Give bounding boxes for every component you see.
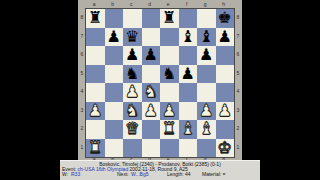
square-e7 [160, 28, 179, 47]
square-a6 [86, 46, 105, 65]
square-h8: ♚ [216, 9, 235, 28]
square-f2: ♝ [179, 120, 198, 139]
piece-black-pawn: ♟ [125, 46, 139, 65]
square-c4: ♟ [123, 83, 142, 102]
square-b8 [105, 9, 124, 28]
square-f1 [179, 139, 198, 158]
square-h2 [216, 120, 235, 139]
square-e6 [160, 46, 179, 65]
piece-white-rook: ♜ [162, 120, 176, 139]
square-a2 [86, 120, 105, 139]
piece-black-rook: ♜ [162, 9, 176, 28]
square-b3 [105, 102, 124, 121]
piece-black-king: ♚ [218, 9, 232, 28]
square-a5 [86, 65, 105, 84]
piece-white-pawn: ♟ [125, 83, 139, 102]
file-label-e: e [159, 1, 178, 7]
square-a1: ♜ [86, 139, 105, 158]
file-label-f: f [178, 1, 197, 7]
stats-line: W: R33 Next: W...Bg5 Length: 44 Material… [60, 172, 260, 177]
rank-labels-right: 87654321 [235, 8, 241, 156]
square-b7: ♟ [105, 28, 124, 47]
square-g7: ♝ [197, 28, 216, 47]
square-f5: ♟ [179, 65, 198, 84]
square-g3: ♟ [197, 102, 216, 121]
piece-black-pawn: ♟ [144, 46, 158, 65]
piece-black-pawn: ♟ [181, 65, 195, 84]
length-stat: Length: 44 [167, 172, 191, 177]
piece-black-rook: ♜ [88, 9, 102, 28]
material-stat: Material: = [202, 172, 225, 177]
rank-label-3: 3 [235, 101, 241, 120]
piece-black-bishop: ♝ [199, 28, 213, 47]
square-f8 [179, 9, 198, 28]
square-h4 [216, 83, 235, 102]
piece-white-pawn: ♟ [162, 102, 176, 121]
square-c5: ♞ [123, 65, 142, 84]
rank-label-7: 7 [235, 27, 241, 46]
square-c8 [123, 9, 142, 28]
square-e4 [160, 83, 179, 102]
piece-black-pawn: ♟ [107, 28, 121, 47]
rank-label-8: 8 [235, 8, 241, 27]
square-b1 [105, 139, 124, 158]
square-g4 [197, 83, 216, 102]
square-h5 [216, 65, 235, 84]
square-h1: ♚ [216, 139, 235, 158]
chess-board: ♜♜♚♟♛♝♝♟♟♟♟♞♞♟♟♞♟♞♟♟♟♟♛♜♝♝♜♚ [85, 8, 235, 158]
piece-black-bishop: ♝ [181, 28, 195, 47]
next-move-label: Next: [117, 172, 129, 177]
piece-black-knight: ♞ [162, 65, 176, 84]
square-g1 [197, 139, 216, 158]
piece-white-bishop: ♝ [181, 120, 195, 139]
square-f6 [179, 46, 198, 65]
video-content-area: abcdefgh abcdefgh 87654321 87654321 ♜♜♚♟… [60, 0, 260, 180]
piece-white-pawn: ♟ [199, 102, 213, 121]
square-d8 [142, 9, 161, 28]
rank-label-2: 2 [235, 119, 241, 138]
file-labels-top: abcdefgh [85, 1, 233, 7]
square-d3: ♟ [142, 102, 161, 121]
piece-white-pawn: ♟ [218, 102, 232, 121]
square-e8: ♜ [160, 9, 179, 28]
square-c2: ♛ [123, 120, 142, 139]
piece-white-pawn: ♟ [144, 102, 158, 121]
square-b5 [105, 65, 124, 84]
piece-white-knight: ♞ [125, 102, 139, 121]
square-h7: ♟ [216, 28, 235, 47]
square-b6 [105, 46, 124, 65]
piece-white-knight: ♞ [144, 83, 158, 102]
file-label-h: h [215, 1, 234, 7]
square-b4 [105, 83, 124, 102]
square-c6: ♟ [123, 46, 142, 65]
piece-white-pawn: ♟ [88, 102, 102, 121]
square-a3: ♟ [86, 102, 105, 121]
square-c7: ♛ [123, 28, 142, 47]
square-a8: ♜ [86, 9, 105, 28]
file-label-g: g [196, 1, 215, 7]
white-stat-label: W: [62, 172, 68, 177]
square-g2: ♝ [197, 120, 216, 139]
square-a4 [86, 83, 105, 102]
square-f7: ♝ [179, 28, 198, 47]
square-g5 [197, 65, 216, 84]
square-e3: ♟ [160, 102, 179, 121]
rank-label-5: 5 [235, 64, 241, 83]
white-stat-value: R33 [71, 172, 80, 177]
piece-white-bishop: ♝ [199, 120, 213, 139]
piece-white-king: ♚ [218, 139, 232, 158]
square-g6: ♟ [197, 46, 216, 65]
square-a7 [86, 28, 105, 47]
rank-label-4: 4 [235, 82, 241, 101]
piece-black-pawn: ♟ [218, 28, 232, 47]
square-d1 [142, 139, 161, 158]
square-f3 [179, 102, 198, 121]
square-e2: ♜ [160, 120, 179, 139]
square-d5 [142, 65, 161, 84]
square-h6 [216, 46, 235, 65]
square-h3: ♟ [216, 102, 235, 121]
rank-label-1: 1 [235, 138, 241, 157]
square-d2 [142, 120, 161, 139]
piece-black-pawn: ♟ [199, 46, 213, 65]
board-panel: abcdefgh abcdefgh 87654321 87654321 ♜♜♚♟… [78, 0, 242, 160]
file-label-d: d [141, 1, 160, 7]
piece-black-knight: ♞ [125, 65, 139, 84]
square-e5: ♞ [160, 65, 179, 84]
piece-white-rook: ♜ [88, 139, 102, 158]
square-d6: ♟ [142, 46, 161, 65]
file-label-b: b [104, 1, 123, 7]
square-g8 [197, 9, 216, 28]
file-label-a: a [85, 1, 104, 7]
square-f4 [179, 83, 198, 102]
square-d7 [142, 28, 161, 47]
piece-black-queen: ♛ [125, 28, 139, 47]
caption-band: Boskovic, Timofej (2340) - Prodanov, Boi… [60, 160, 260, 180]
square-e1 [160, 139, 179, 158]
piece-white-queen: ♛ [125, 120, 139, 139]
square-c3: ♞ [123, 102, 142, 121]
video-frame: abcdefgh abcdefgh 87654321 87654321 ♜♜♚♟… [0, 0, 320, 180]
square-d4: ♞ [142, 83, 161, 102]
file-label-c: c [122, 1, 141, 7]
rank-label-6: 6 [235, 45, 241, 64]
square-c1 [123, 139, 142, 158]
square-b2 [105, 120, 124, 139]
next-move-value: W...Bg5 [131, 172, 149, 177]
